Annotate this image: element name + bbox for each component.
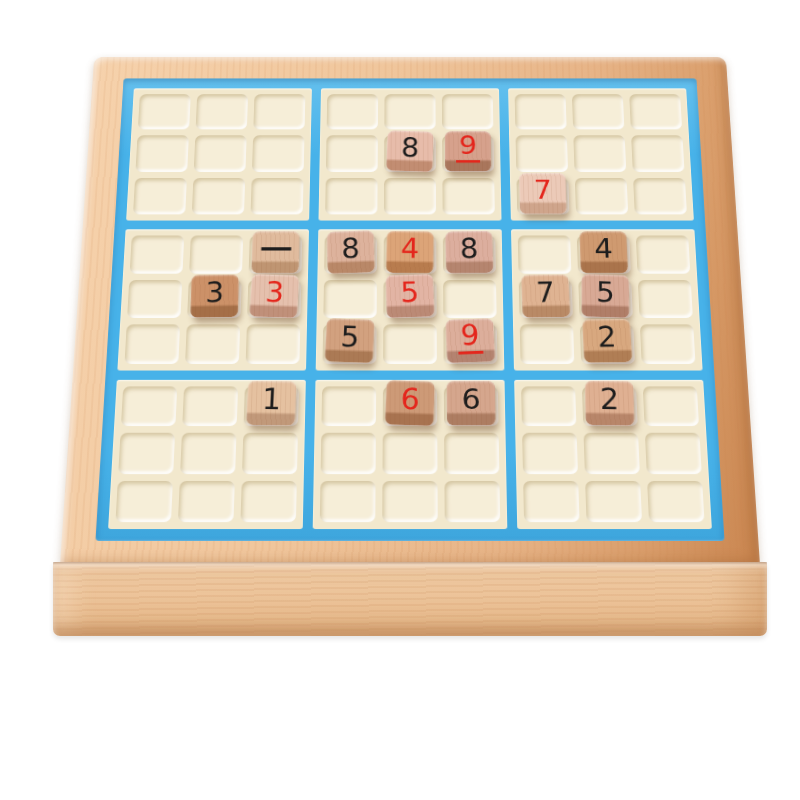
cell-r4c8[interactable]: 4	[577, 236, 631, 274]
tile-4-r4c8[interactable]: 4	[579, 231, 628, 273]
cell-r2c4[interactable]	[326, 136, 378, 172]
cell-r6c1[interactable]	[124, 325, 180, 364]
cell-r2c6[interactable]: 9	[442, 136, 494, 172]
tile-8-r4c6[interactable]: 8	[445, 230, 493, 272]
tile-3-r5c3[interactable]: 3	[249, 274, 299, 318]
cell-r8c2[interactable]	[180, 433, 236, 474]
cell-r4c6[interactable]: 8	[443, 236, 496, 274]
sudoku-box-r1c2: 89	[318, 88, 501, 220]
cell-r1c7[interactable]	[515, 94, 567, 130]
cell-r6c5[interactable]	[383, 325, 437, 364]
cell-r3c4[interactable]	[325, 178, 377, 215]
cell-r6c7[interactable]	[520, 325, 575, 364]
tile-digit: 7	[533, 177, 552, 204]
cell-r2c1[interactable]	[135, 136, 188, 172]
cell-r5c9[interactable]	[638, 280, 693, 318]
cell-r8c4[interactable]	[321, 433, 376, 474]
tile-9-r6c6[interactable]: 9	[445, 319, 495, 364]
cell-r3c8[interactable]	[575, 178, 628, 215]
cell-r5c8[interactable]: 5	[578, 280, 633, 318]
cell-r1c8[interactable]	[572, 94, 625, 130]
tile-1-r7c3[interactable]: 1	[246, 380, 296, 425]
tile-5-r6c4[interactable]: 5	[325, 319, 375, 364]
product-photo-background: 897—3384855947521662	[0, 0, 800, 800]
cell-r8c3[interactable]	[242, 433, 298, 474]
tile-digit: 5	[400, 278, 420, 307]
cell-r8c1[interactable]	[118, 433, 175, 474]
sudoku-box-r2c2: 848559	[316, 230, 505, 371]
cell-r7c6[interactable]: 6	[444, 386, 499, 426]
cell-r3c2[interactable]	[192, 178, 245, 215]
tile-digit: 6	[400, 384, 420, 414]
tile-5-r5c8[interactable]: 5	[582, 274, 630, 318]
tile-digit: 8	[459, 234, 478, 262]
cell-r4c2[interactable]	[189, 236, 243, 274]
cell-r9c9[interactable]	[647, 480, 704, 522]
cell-r1c3[interactable]	[253, 94, 305, 130]
cell-r8c6[interactable]	[444, 433, 499, 474]
cell-r3c6[interactable]	[442, 178, 494, 215]
cell-r4c7[interactable]	[518, 236, 572, 274]
tile-digit: 7	[535, 278, 555, 306]
cell-r4c3[interactable]: —	[249, 236, 303, 274]
cell-r2c9[interactable]	[631, 136, 684, 172]
cell-r9c3[interactable]	[240, 480, 296, 522]
tile-2-r6c8[interactable]: 2	[582, 319, 632, 363]
cell-r6c8[interactable]: 2	[580, 325, 635, 364]
cell-r1c9[interactable]	[629, 94, 682, 130]
cell-r9c6[interactable]	[444, 480, 500, 522]
cell-r8c5[interactable]	[382, 433, 437, 474]
tile-digit: 8	[341, 234, 360, 262]
tile-8-r2c5[interactable]: 8	[386, 130, 434, 171]
cell-r4c9[interactable]	[636, 236, 691, 274]
sudoku-box-r3c1: 1	[108, 380, 306, 530]
cell-r7c1[interactable]	[121, 386, 177, 426]
sudoku-board: 897—3384855947521662	[48, 5, 772, 636]
cell-r4c1[interactable]	[130, 236, 185, 274]
cell-r9c7[interactable]	[523, 480, 579, 522]
cell-r7c8[interactable]: 2	[582, 386, 638, 426]
tile-digit: 4	[401, 234, 420, 262]
cell-r1c1[interactable]	[138, 94, 191, 130]
cell-r1c2[interactable]	[196, 94, 249, 130]
tile-digit: 2	[600, 384, 620, 414]
tile-digit: 3	[264, 278, 284, 307]
cell-r7c5[interactable]: 6	[383, 386, 438, 426]
tile-digit: 5	[596, 278, 615, 307]
sudoku-box-r3c2: 66	[313, 380, 508, 530]
cell-r6c9[interactable]	[640, 325, 696, 364]
cell-r7c4[interactable]	[321, 386, 376, 426]
cell-r5c2[interactable]: 3	[187, 280, 242, 318]
tile-digit: 5	[340, 323, 360, 352]
sudoku-grid: 897—3384855947521662	[95, 78, 724, 541]
tile-digit: 3	[205, 278, 224, 306]
cell-r5c6[interactable]	[443, 280, 497, 318]
cell-r8c7[interactable]	[522, 433, 578, 474]
tile-digit: —	[259, 233, 293, 260]
tile-digit: 9	[457, 320, 483, 354]
tile-digit: 8	[401, 134, 420, 161]
tile-digit: 1	[261, 384, 281, 414]
cell-r3c9[interactable]	[633, 178, 687, 215]
tile-7-r5c7[interactable]: 7	[521, 274, 570, 317]
cell-r9c2[interactable]	[178, 480, 235, 522]
cell-r9c1[interactable]	[115, 480, 172, 522]
cell-r3c5[interactable]	[384, 178, 436, 215]
frame-seam	[53, 562, 767, 565]
cell-r5c7[interactable]: 7	[519, 280, 573, 318]
tile-7-r3c7[interactable]: 7	[519, 173, 567, 214]
cell-r7c9[interactable]	[643, 386, 699, 426]
tile-digit: 6	[461, 385, 480, 414]
cell-r2c3[interactable]	[252, 136, 305, 172]
cell-r1c6[interactable]	[442, 94, 494, 130]
cell-r8c9[interactable]	[645, 433, 702, 474]
cell-r6c3[interactable]	[246, 325, 301, 364]
tile-digit: 4	[594, 234, 614, 261]
cell-r6c2[interactable]	[185, 325, 240, 364]
cell-r1c4[interactable]	[327, 94, 379, 130]
tile-3-r5c2[interactable]: 3	[190, 274, 238, 317]
tile-8-r4c4[interactable]: 8	[327, 230, 375, 273]
cell-r9c4[interactable]	[320, 480, 376, 522]
sudoku-box-r3c3: 2	[514, 380, 712, 530]
cell-r3c3[interactable]	[251, 178, 304, 215]
cell-r2c7[interactable]	[516, 136, 569, 172]
cell-r4c5[interactable]: 4	[384, 236, 437, 274]
sudoku-box-r2c1: —33	[117, 230, 309, 371]
sudoku-box-r1c3: 7	[508, 88, 694, 220]
wooden-frame: 897—3384855947521662	[60, 57, 760, 565]
cell-r3c7[interactable]: 7	[516, 178, 569, 215]
cell-r9c5[interactable]	[382, 480, 438, 522]
board-perspective-wrapper: 897—3384855947521662	[48, 5, 772, 565]
tile-digit: 9	[456, 132, 480, 163]
cell-r4c4[interactable]: 8	[324, 236, 377, 274]
cell-r5c3[interactable]: 3	[247, 280, 301, 318]
wooden-frame-front-edge	[53, 562, 767, 636]
cell-r1c5[interactable]	[384, 94, 435, 130]
sudoku-box-r2c3: 4752	[511, 230, 703, 371]
tile-9-r2c6[interactable]: 9	[445, 131, 492, 171]
tile-digit: 2	[597, 323, 618, 352]
tile-5-r5c5[interactable]: 5	[386, 274, 435, 318]
cell-r6c4[interactable]: 5	[323, 325, 377, 364]
cell-r6c6[interactable]: 9	[443, 325, 497, 364]
tile-6-r7c6[interactable]: 6	[447, 381, 496, 425]
cell-r7c2[interactable]	[182, 386, 238, 426]
cell-r5c5[interactable]: 5	[383, 280, 436, 318]
tile-rotated-1-r4c3[interactable]: —	[251, 231, 299, 273]
cell-r7c7[interactable]	[521, 386, 576, 426]
cell-r2c2[interactable]	[194, 136, 247, 172]
cell-r2c8[interactable]	[573, 136, 626, 172]
cell-r5c4[interactable]	[323, 280, 377, 318]
tile-6-r7c5[interactable]: 6	[385, 380, 435, 426]
tile-4-r4c5[interactable]: 4	[386, 230, 434, 272]
cell-r3c1[interactable]	[133, 178, 187, 215]
cell-r7c3[interactable]: 1	[244, 386, 299, 426]
tile-2-r7c8[interactable]: 2	[585, 380, 634, 425]
cell-r2c5[interactable]: 8	[384, 136, 436, 172]
sudoku-box-r1c1	[126, 88, 312, 220]
cell-r9c8[interactable]	[585, 480, 642, 522]
cell-r5c1[interactable]	[127, 280, 182, 318]
cell-r8c8[interactable]	[583, 433, 639, 474]
